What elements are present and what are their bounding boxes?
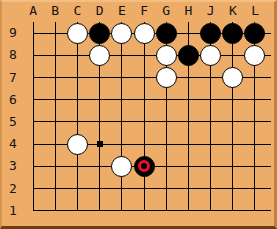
board-point-G3[interactable]: [155, 155, 177, 177]
board-point-J2[interactable]: [200, 177, 222, 199]
board-point-B8[interactable]: [44, 44, 66, 66]
board-point-D6[interactable]: [89, 89, 111, 111]
board-point-E1[interactable]: [111, 200, 133, 222]
row-label-3: 3: [5, 158, 21, 174]
column-label-C: C: [66, 3, 88, 19]
white-stone-G7: [156, 67, 177, 88]
black-stone-G9: [156, 23, 177, 44]
board-point-C8[interactable]: [66, 44, 88, 66]
board-point-C9[interactable]: [66, 22, 88, 44]
white-stone-C9: [67, 23, 88, 44]
black-stone-F3: [134, 156, 155, 177]
board-point-J5[interactable]: [200, 111, 222, 133]
board-point-F7[interactable]: [133, 66, 155, 88]
column-label-D: D: [89, 3, 111, 19]
board-point-L5[interactable]: [244, 111, 266, 133]
board-point-G8[interactable]: [155, 44, 177, 66]
board-point-J4[interactable]: [200, 133, 222, 155]
last-move-marker: [138, 160, 150, 172]
row-label-6: 6: [5, 92, 21, 108]
white-stone-L8: [244, 45, 265, 66]
board-point-H9[interactable]: [177, 22, 199, 44]
board-point-L9[interactable]: [244, 22, 266, 44]
white-stone-J8: [200, 45, 221, 66]
board-point-K9[interactable]: [222, 22, 244, 44]
square-marker: [97, 141, 103, 147]
black-stone-D9: [89, 23, 110, 44]
row-label-1: 1: [5, 203, 21, 219]
board-point-E2[interactable]: [111, 177, 133, 199]
board-point-A1[interactable]: [22, 200, 44, 222]
column-label-L: L: [244, 3, 266, 19]
board-point-E3[interactable]: [111, 155, 133, 177]
board-point-E6[interactable]: [111, 89, 133, 111]
board-point-F3[interactable]: [133, 155, 155, 177]
board-point-G2[interactable]: [155, 177, 177, 199]
board-point-C3[interactable]: [66, 155, 88, 177]
board-point-C4[interactable]: [66, 133, 88, 155]
board-point-H3[interactable]: [177, 155, 199, 177]
board-point-D1[interactable]: [89, 200, 111, 222]
row-label-2: 2: [5, 181, 21, 197]
board-point-K3[interactable]: [222, 155, 244, 177]
board-point-F9[interactable]: [133, 22, 155, 44]
board-point-D4[interactable]: [89, 133, 111, 155]
white-stone-G8: [156, 45, 177, 66]
board-point-D9[interactable]: [89, 22, 111, 44]
board-point-E5[interactable]: [111, 111, 133, 133]
board-point-J8[interactable]: [200, 44, 222, 66]
white-stone-C4: [67, 134, 88, 155]
board-point-B9[interactable]: [44, 22, 66, 44]
board-point-K2[interactable]: [222, 177, 244, 199]
board-point-L8[interactable]: [244, 44, 266, 66]
board-point-F8[interactable]: [133, 44, 155, 66]
board-point-J7[interactable]: [200, 66, 222, 88]
board-point-J6[interactable]: [200, 89, 222, 111]
board-point-L3[interactable]: [244, 155, 266, 177]
column-label-A: A: [22, 3, 44, 19]
board-point-F4[interactable]: [133, 133, 155, 155]
board-point-F5[interactable]: [133, 111, 155, 133]
board-point-A7[interactable]: [22, 66, 44, 88]
board-point-K5[interactable]: [222, 111, 244, 133]
black-stone-K9: [222, 23, 243, 44]
board-point-H8[interactable]: [177, 44, 199, 66]
board-point-D5[interactable]: [89, 111, 111, 133]
column-label-J: J: [200, 3, 222, 19]
column-label-E: E: [111, 3, 133, 19]
white-stone-D8: [89, 45, 110, 66]
board-point-L2[interactable]: [244, 177, 266, 199]
board-point-E9[interactable]: [111, 22, 133, 44]
board-point-E4[interactable]: [111, 133, 133, 155]
board-point-F1[interactable]: [133, 200, 155, 222]
board-point-E7[interactable]: [111, 66, 133, 88]
go-grid: [22, 22, 266, 222]
board-point-H7[interactable]: [177, 66, 199, 88]
board-point-F2[interactable]: [133, 177, 155, 199]
board-point-A9[interactable]: [22, 22, 44, 44]
board-point-G1[interactable]: [155, 200, 177, 222]
board-point-K7[interactable]: [222, 66, 244, 88]
board-point-A5[interactable]: [22, 111, 44, 133]
board-point-K1[interactable]: [222, 200, 244, 222]
white-stone-E9: [111, 23, 132, 44]
board-point-K8[interactable]: [222, 44, 244, 66]
board-point-B3[interactable]: [44, 155, 66, 177]
black-stone-J9: [200, 23, 221, 44]
board-point-D8[interactable]: [89, 44, 111, 66]
go-board-panel: ABCDEFGHJKL 987654321: [0, 0, 277, 229]
board-point-B1[interactable]: [44, 200, 66, 222]
board-point-A6[interactable]: [22, 89, 44, 111]
board-point-C1[interactable]: [66, 200, 88, 222]
board-point-C7[interactable]: [66, 66, 88, 88]
column-label-F: F: [133, 3, 155, 19]
column-label-B: B: [44, 3, 66, 19]
board-point-G6[interactable]: [155, 89, 177, 111]
board-point-G4[interactable]: [155, 133, 177, 155]
board-point-B7[interactable]: [44, 66, 66, 88]
board-point-A4[interactable]: [22, 133, 44, 155]
board-point-A2[interactable]: [22, 177, 44, 199]
board-point-C6[interactable]: [66, 89, 88, 111]
board-point-D2[interactable]: [89, 177, 111, 199]
board-point-C2[interactable]: [66, 177, 88, 199]
board-point-K6[interactable]: [222, 89, 244, 111]
board-point-L6[interactable]: [244, 89, 266, 111]
board-point-B5[interactable]: [44, 111, 66, 133]
board-point-F6[interactable]: [133, 89, 155, 111]
column-label-H: H: [177, 3, 199, 19]
board-point-L7[interactable]: [244, 66, 266, 88]
board-point-L1[interactable]: [244, 200, 266, 222]
board-point-B2[interactable]: [44, 177, 66, 199]
column-label-K: K: [222, 3, 244, 19]
row-label-4: 4: [5, 136, 21, 152]
board-point-H2[interactable]: [177, 177, 199, 199]
board-point-B4[interactable]: [44, 133, 66, 155]
board-point-J1[interactable]: [200, 200, 222, 222]
board-point-K4[interactable]: [222, 133, 244, 155]
board-point-H6[interactable]: [177, 89, 199, 111]
board-point-J9[interactable]: [200, 22, 222, 44]
black-stone-H8: [178, 45, 199, 66]
row-label-9: 9: [5, 25, 21, 41]
board-point-G9[interactable]: [155, 22, 177, 44]
board-point-E8[interactable]: [111, 44, 133, 66]
board-point-H1[interactable]: [177, 200, 199, 222]
board-point-B6[interactable]: [44, 89, 66, 111]
board-point-H5[interactable]: [177, 111, 199, 133]
row-label-5: 5: [5, 114, 21, 130]
board-point-D7[interactable]: [89, 66, 111, 88]
board-point-A8[interactable]: [22, 44, 44, 66]
column-label-G: G: [155, 3, 177, 19]
white-stone-F9: [134, 23, 155, 44]
row-label-7: 7: [5, 70, 21, 86]
board-point-G5[interactable]: [155, 111, 177, 133]
white-stone-E3: [111, 156, 132, 177]
board-point-C5[interactable]: [66, 111, 88, 133]
black-stone-L9: [244, 23, 265, 44]
board-point-L4[interactable]: [244, 133, 266, 155]
board-point-H4[interactable]: [177, 133, 199, 155]
board-point-G7[interactable]: [155, 66, 177, 88]
board-point-D3[interactable]: [89, 155, 111, 177]
white-stone-K7: [222, 67, 243, 88]
board-point-A3[interactable]: [22, 155, 44, 177]
row-label-8: 8: [5, 47, 21, 63]
board-point-J3[interactable]: [200, 155, 222, 177]
